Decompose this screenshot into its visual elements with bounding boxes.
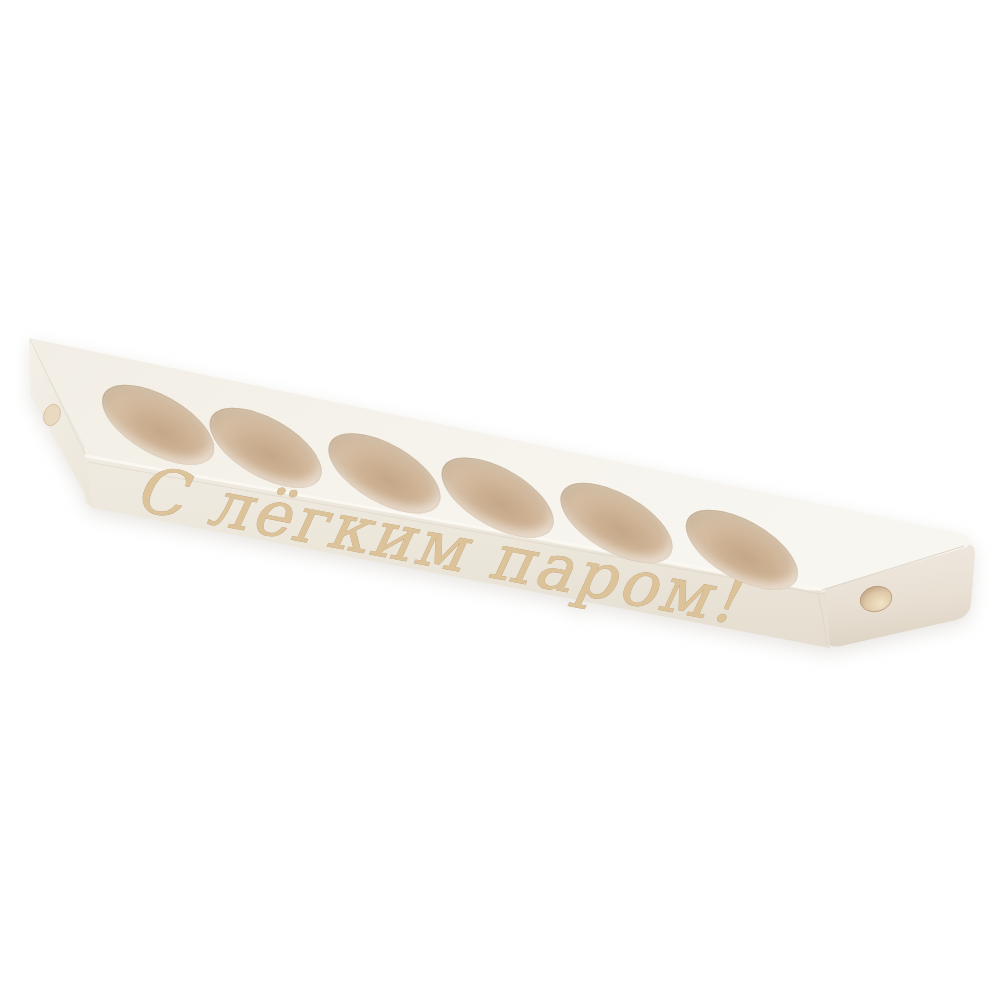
pit-3[interactable]: [313, 423, 456, 523]
pit-5[interactable]: [545, 473, 688, 573]
product-photo-stage: С лёгким паром!: [0, 0, 1000, 1000]
pit-2[interactable]: [194, 398, 337, 498]
pit-4[interactable]: [426, 448, 569, 548]
pit-6[interactable]: [670, 500, 813, 600]
